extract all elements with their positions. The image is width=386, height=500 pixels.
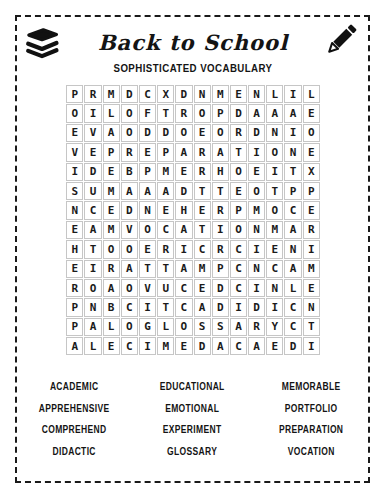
grid-cell-r7-c6[interactable]: E bbox=[157, 201, 174, 219]
grid-cell-r4-c1[interactable]: V bbox=[66, 143, 83, 161]
grid-cell-r7-c8[interactable]: E bbox=[194, 201, 211, 219]
grid-cell-r9-c4[interactable]: O bbox=[121, 240, 138, 258]
grid-cell-r2-c4[interactable]: O bbox=[121, 104, 138, 122]
grid-cell-r14-c9[interactable]: A bbox=[212, 337, 229, 355]
grid-cell-r10-c6[interactable]: T bbox=[157, 260, 174, 278]
grid-cell-r5-c14[interactable]: X bbox=[303, 163, 320, 181]
grid-cell-r9-c2[interactable]: T bbox=[84, 240, 101, 258]
grid-cell-r2-c11[interactable]: A bbox=[248, 104, 265, 122]
grid-cell-r6-c2[interactable]: U bbox=[84, 182, 101, 200]
grid-cell-r14-c13[interactable]: D bbox=[284, 337, 301, 355]
word-list-column-1: ACADEMICAPPREHENSIVECOMPREHENDDIDACTIC bbox=[15, 376, 133, 462]
grid-cell-r7-c14[interactable]: E bbox=[303, 201, 320, 219]
grid-cell-r2-c3[interactable]: L bbox=[103, 104, 120, 122]
grid-cell-r4-c2[interactable]: E bbox=[84, 143, 101, 161]
grid-cell-r2-c7[interactable]: R bbox=[175, 104, 192, 122]
grid-cell-r7-c1[interactable]: N bbox=[66, 201, 83, 219]
grid-cell-r3-c4[interactable]: O bbox=[121, 124, 138, 142]
word-list-column-2: EDUCATIONALEMOTIONALEXPERIMENTGLOSSARY bbox=[133, 376, 251, 462]
grid-cell-r1-c1[interactable]: P bbox=[66, 85, 83, 103]
grid-cell-r2-c12[interactable]: A bbox=[266, 104, 283, 122]
grid-cell-r5-c13[interactable]: T bbox=[284, 163, 301, 181]
grid-cell-r1-c7[interactable]: D bbox=[175, 85, 192, 103]
grid-cell-r11-c3[interactable]: A bbox=[103, 279, 120, 297]
grid-cell-r8-c12[interactable]: M bbox=[266, 221, 283, 239]
grid-cell-r6-c4[interactable]: A bbox=[121, 182, 138, 200]
word-list-column-3: MEMORABLEPORTFOLIOPREPARATIONVOCATION bbox=[252, 376, 370, 462]
grid-cell-r6-c9[interactable]: T bbox=[212, 182, 229, 200]
grid-cell-r14-c12[interactable]: E bbox=[266, 337, 283, 355]
grid-cell-r13-c5[interactable]: G bbox=[139, 318, 156, 336]
grid-cell-r6-c13[interactable]: P bbox=[284, 182, 301, 200]
grid-cell-r6-c8[interactable]: T bbox=[194, 182, 211, 200]
grid-cell-r11-c11[interactable]: I bbox=[248, 279, 265, 297]
grid-cell-r14-c6[interactable]: M bbox=[157, 337, 174, 355]
word-vocation: VOCATION bbox=[261, 441, 362, 463]
grid-cell-r4-c11[interactable]: I bbox=[248, 143, 265, 161]
grid-cell-r4-c9[interactable]: A bbox=[212, 143, 229, 161]
grid-cell-r10-c11[interactable]: N bbox=[248, 260, 265, 278]
grid-cell-r8-c11[interactable]: N bbox=[248, 221, 265, 239]
grid-cell-r9-c14[interactable]: I bbox=[303, 240, 320, 258]
grid-cell-r6-c7[interactable]: D bbox=[175, 182, 192, 200]
grid-cell-r14-c14[interactable]: I bbox=[303, 337, 320, 355]
grid-cell-r12-c3[interactable]: B bbox=[103, 298, 120, 316]
grid-cell-r8-c10[interactable]: O bbox=[230, 221, 247, 239]
grid-cell-r1-c3[interactable]: M bbox=[103, 85, 120, 103]
grid-cell-r4-c4[interactable]: R bbox=[121, 143, 138, 161]
word-glossary: GLOSSARY bbox=[142, 441, 243, 463]
grid-cell-r5-c10[interactable]: O bbox=[230, 163, 247, 181]
grid-cell-r8-c8[interactable]: T bbox=[194, 221, 211, 239]
grid-cell-r5-c6[interactable]: M bbox=[157, 163, 174, 181]
grid-cell-r13-c13[interactable]: C bbox=[284, 318, 301, 336]
word-search-grid: PRMDCXDNMENLILOILOFTROPDAAAEEVAODDOEORDN… bbox=[66, 85, 320, 355]
grid-cell-r12-c5[interactable]: I bbox=[139, 298, 156, 316]
grid-cell-r9-c9[interactable]: R bbox=[212, 240, 229, 258]
grid-cell-r5-c8[interactable]: R bbox=[194, 163, 211, 181]
grid-cell-r9-c6[interactable]: R bbox=[157, 240, 174, 258]
grid-cell-r13-c3[interactable]: L bbox=[103, 318, 120, 336]
grid-cell-r2-c9[interactable]: P bbox=[212, 104, 229, 122]
grid-cell-r5-c4[interactable]: B bbox=[121, 163, 138, 181]
grid-cell-r4-c5[interactable]: E bbox=[139, 143, 156, 161]
grid-cell-r7-c13[interactable]: C bbox=[284, 201, 301, 219]
grid-cell-r3-c3[interactable]: A bbox=[103, 124, 120, 142]
grid-cell-r4-c3[interactable]: P bbox=[103, 143, 120, 161]
grid-cell-r1-c2[interactable]: R bbox=[84, 85, 101, 103]
grid-cell-r12-c8[interactable]: A bbox=[194, 298, 211, 316]
grid-cell-r6-c5[interactable]: A bbox=[139, 182, 156, 200]
word-academic: ACADEMIC bbox=[24, 376, 125, 398]
grid-cell-r9-c12[interactable]: E bbox=[266, 240, 283, 258]
grid-cell-r1-c12[interactable]: L bbox=[266, 85, 283, 103]
grid-cell-r3-c6[interactable]: D bbox=[157, 124, 174, 142]
grid-cell-r2-c14[interactable]: E bbox=[303, 104, 320, 122]
grid-cell-r14-c8[interactable]: D bbox=[194, 337, 211, 355]
grid-cell-r8-c5[interactable]: O bbox=[139, 221, 156, 239]
grid-cell-r14-c1[interactable]: A bbox=[66, 337, 83, 355]
grid-cell-r12-c12[interactable]: I bbox=[266, 298, 283, 316]
page-subtitle: Sophisticated Vocabulary bbox=[23, 62, 363, 74]
grid-cell-r12-c14[interactable]: N bbox=[303, 298, 320, 316]
grid-cell-r8-c14[interactable]: R bbox=[303, 221, 320, 239]
grid-cell-r13-c14[interactable]: T bbox=[303, 318, 320, 336]
grid-cell-r9-c3[interactable]: O bbox=[103, 240, 120, 258]
grid-cell-r14-c7[interactable]: E bbox=[175, 337, 192, 355]
grid-cell-r5-c9[interactable]: H bbox=[212, 163, 229, 181]
grid-cell-r8-c7[interactable]: A bbox=[175, 221, 192, 239]
grid-cell-r10-c12[interactable]: C bbox=[266, 260, 283, 278]
grid-cell-r8-c9[interactable]: I bbox=[212, 221, 229, 239]
grid-cell-r14-c11[interactable]: A bbox=[248, 337, 265, 355]
grid-cell-r10-c3[interactable]: R bbox=[103, 260, 120, 278]
grid-cell-r1-c6[interactable]: X bbox=[157, 85, 174, 103]
grid-cell-r13-c10[interactable]: A bbox=[230, 318, 247, 336]
grid-cell-r7-c11[interactable]: M bbox=[248, 201, 265, 219]
grid-cell-r1-c4[interactable]: D bbox=[121, 85, 138, 103]
grid-cell-r6-c6[interactable]: A bbox=[157, 182, 174, 200]
grid-cell-r6-c11[interactable]: O bbox=[248, 182, 265, 200]
grid-cell-r2-c6[interactable]: T bbox=[157, 104, 174, 122]
grid-cell-r10-c10[interactable]: C bbox=[230, 260, 247, 278]
grid-cell-r8-c4[interactable]: V bbox=[121, 221, 138, 239]
grid-cell-r12-c11[interactable]: D bbox=[248, 298, 265, 316]
grid-cell-r10-c8[interactable]: M bbox=[194, 260, 211, 278]
grid-cell-r11-c7[interactable]: C bbox=[175, 279, 192, 297]
word-experiment: EXPERIMENT bbox=[142, 419, 243, 441]
grid-cell-r14-c2[interactable]: L bbox=[84, 337, 101, 355]
grid-cell-r3-c9[interactable]: O bbox=[212, 124, 229, 142]
grid-cell-r11-c10[interactable]: C bbox=[230, 279, 247, 297]
grid-cell-r14-c3[interactable]: E bbox=[103, 337, 120, 355]
grid-cell-r11-c9[interactable]: D bbox=[212, 279, 229, 297]
grid-cell-r14-c10[interactable]: C bbox=[230, 337, 247, 355]
grid-cell-r7-c5[interactable]: N bbox=[139, 201, 156, 219]
grid-cell-r4-c12[interactable]: O bbox=[266, 143, 283, 161]
grid-cell-r11-c6[interactable]: U bbox=[157, 279, 174, 297]
grid-cell-r8-c3[interactable]: M bbox=[103, 221, 120, 239]
grid-cell-r4-c8[interactable]: R bbox=[194, 143, 211, 161]
grid-cell-r12-c7[interactable]: C bbox=[175, 298, 192, 316]
grid-cell-r13-c9[interactable]: S bbox=[212, 318, 229, 336]
word-comprehend: COMPREHEND bbox=[24, 419, 125, 441]
page-title: Back to School bbox=[0, 30, 386, 55]
grid-cell-r3-c7[interactable]: O bbox=[175, 124, 192, 142]
grid-cell-r1-c14[interactable]: L bbox=[303, 85, 320, 103]
grid-cell-r1-c13[interactable]: I bbox=[284, 85, 301, 103]
grid-cell-r4-c7[interactable]: A bbox=[175, 143, 192, 161]
grid-cell-r9-c13[interactable]: N bbox=[284, 240, 301, 258]
grid-cell-r3-c11[interactable]: D bbox=[248, 124, 265, 142]
grid-cell-r7-c7[interactable]: H bbox=[175, 201, 192, 219]
grid-cell-r6-c10[interactable]: E bbox=[230, 182, 247, 200]
grid-cell-r10-c7[interactable]: A bbox=[175, 260, 192, 278]
grid-cell-r12-c2[interactable]: N bbox=[84, 298, 101, 316]
grid-cell-r12-c10[interactable]: I bbox=[230, 298, 247, 316]
grid-cell-r9-c5[interactable]: E bbox=[139, 240, 156, 258]
grid-cell-r10-c4[interactable]: A bbox=[121, 260, 138, 278]
grid-cell-r1-c8[interactable]: N bbox=[194, 85, 211, 103]
grid-cell-r9-c10[interactable]: C bbox=[230, 240, 247, 258]
grid-cell-r11-c8[interactable]: E bbox=[194, 279, 211, 297]
grid-cell-r10-c14[interactable]: M bbox=[303, 260, 320, 278]
grid-cell-r7-c3[interactable]: E bbox=[103, 201, 120, 219]
grid-cell-r12-c4[interactable]: C bbox=[121, 298, 138, 316]
grid-cell-r10-c13[interactable]: A bbox=[284, 260, 301, 278]
word-preparation: PREPARATION bbox=[261, 419, 362, 441]
grid-cell-r8-c1[interactable]: E bbox=[66, 221, 83, 239]
word-educational: EDUCATIONAL bbox=[142, 376, 243, 398]
grid-cell-r10-c1[interactable]: E bbox=[66, 260, 83, 278]
grid-cell-r3-c13[interactable]: I bbox=[284, 124, 301, 142]
grid-cell-r6-c14[interactable]: P bbox=[303, 182, 320, 200]
word-list: ACADEMICAPPREHENSIVECOMPREHENDDIDACTICED… bbox=[15, 376, 370, 462]
grid-cell-r10-c2[interactable]: I bbox=[84, 260, 101, 278]
word-portfolio: PORTFOLIO bbox=[261, 398, 362, 420]
grid-cell-r3-c1[interactable]: E bbox=[66, 124, 83, 142]
grid-cell-r2-c13[interactable]: A bbox=[284, 104, 301, 122]
grid-cell-r2-c1[interactable]: O bbox=[66, 104, 83, 122]
grid-cell-r8-c2[interactable]: A bbox=[84, 221, 101, 239]
grid-cell-r11-c1[interactable]: R bbox=[66, 279, 83, 297]
word-didactic: DIDACTIC bbox=[24, 441, 125, 463]
grid-cell-r12-c1[interactable]: P bbox=[66, 298, 83, 316]
grid-cell-r13-c2[interactable]: A bbox=[84, 318, 101, 336]
word-apprehensive: APPREHENSIVE bbox=[24, 398, 125, 420]
grid-cell-r13-c11[interactable]: R bbox=[248, 318, 265, 336]
grid-cell-r11-c13[interactable]: L bbox=[284, 279, 301, 297]
grid-cell-r9-c7[interactable]: I bbox=[175, 240, 192, 258]
grid-cell-r4-c10[interactable]: T bbox=[230, 143, 247, 161]
grid-cell-r5-c1[interactable]: I bbox=[66, 163, 83, 181]
grid-cell-r13-c8[interactable]: S bbox=[194, 318, 211, 336]
grid-cell-r7-c4[interactable]: D bbox=[121, 201, 138, 219]
grid-cell-r2-c5[interactable]: F bbox=[139, 104, 156, 122]
grid-cell-r5-c2[interactable]: D bbox=[84, 163, 101, 181]
grid-cell-r3-c10[interactable]: R bbox=[230, 124, 247, 142]
grid-cell-r7-c10[interactable]: P bbox=[230, 201, 247, 219]
grid-cell-r4-c13[interactable]: N bbox=[284, 143, 301, 161]
grid-cell-r13-c4[interactable]: O bbox=[121, 318, 138, 336]
grid-cell-r6-c3[interactable]: M bbox=[103, 182, 120, 200]
grid-cell-r5-c11[interactable]: E bbox=[248, 163, 265, 181]
grid-cell-r11-c4[interactable]: O bbox=[121, 279, 138, 297]
grid-cell-r1-c5[interactable]: C bbox=[139, 85, 156, 103]
grid-cell-r5-c5[interactable]: P bbox=[139, 163, 156, 181]
word-emotional: EMOTIONAL bbox=[142, 398, 243, 420]
grid-cell-r4-c14[interactable]: E bbox=[303, 143, 320, 161]
grid-cell-r2-c8[interactable]: O bbox=[194, 104, 211, 122]
grid-cell-r14-c4[interactable]: C bbox=[121, 337, 138, 355]
grid-cell-r13-c1[interactable]: P bbox=[66, 318, 83, 336]
grid-cell-r12-c9[interactable]: D bbox=[212, 298, 229, 316]
grid-cell-r4-c6[interactable]: P bbox=[157, 143, 174, 161]
grid-cell-r7-c2[interactable]: C bbox=[84, 201, 101, 219]
grid-cell-r3-c5[interactable]: D bbox=[139, 124, 156, 142]
word-memorable: MEMORABLE bbox=[261, 376, 362, 398]
grid-cell-r3-c2[interactable]: V bbox=[84, 124, 101, 142]
grid-cell-r11-c14[interactable]: E bbox=[303, 279, 320, 297]
grid-cell-r1-c10[interactable]: E bbox=[230, 85, 247, 103]
grid-cell-r7-c12[interactable]: O bbox=[266, 201, 283, 219]
grid-cell-r5-c7[interactable]: E bbox=[175, 163, 192, 181]
grid-cell-r10-c5[interactable]: T bbox=[139, 260, 156, 278]
grid-cell-r5-c3[interactable]: E bbox=[103, 163, 120, 181]
grid-cell-r14-c5[interactable]: I bbox=[139, 337, 156, 355]
grid-container: PRMDCXDNMENLILOILOFTROPDAAAEEVAODDOEORDN… bbox=[0, 85, 386, 355]
grid-cell-r11-c12[interactable]: N bbox=[266, 279, 283, 297]
grid-cell-r13-c12[interactable]: Y bbox=[266, 318, 283, 336]
grid-cell-r8-c13[interactable]: A bbox=[284, 221, 301, 239]
grid-cell-r13-c7[interactable]: O bbox=[175, 318, 192, 336]
grid-cell-r3-c12[interactable]: N bbox=[266, 124, 283, 142]
grid-cell-r11-c5[interactable]: V bbox=[139, 279, 156, 297]
grid-cell-r13-c6[interactable]: L bbox=[157, 318, 174, 336]
grid-cell-r7-c9[interactable]: R bbox=[212, 201, 229, 219]
grid-cell-r2-c2[interactable]: I bbox=[84, 104, 101, 122]
grid-cell-r12-c6[interactable]: T bbox=[157, 298, 174, 316]
grid-cell-r5-c12[interactable]: I bbox=[266, 163, 283, 181]
grid-cell-r6-c12[interactable]: T bbox=[266, 182, 283, 200]
grid-cell-r10-c9[interactable]: P bbox=[212, 260, 229, 278]
grid-cell-r1-c11[interactable]: N bbox=[248, 85, 265, 103]
grid-cell-r12-c13[interactable]: C bbox=[284, 298, 301, 316]
grid-cell-r9-c11[interactable]: I bbox=[248, 240, 265, 258]
grid-cell-r3-c8[interactable]: E bbox=[194, 124, 211, 142]
grid-cell-r6-c1[interactable]: S bbox=[66, 182, 83, 200]
grid-cell-r3-c14[interactable]: O bbox=[303, 124, 320, 142]
grid-cell-r1-c9[interactable]: M bbox=[212, 85, 229, 103]
grid-cell-r8-c6[interactable]: C bbox=[157, 221, 174, 239]
grid-cell-r9-c8[interactable]: C bbox=[194, 240, 211, 258]
grid-cell-r9-c1[interactable]: H bbox=[66, 240, 83, 258]
grid-cell-r11-c2[interactable]: O bbox=[84, 279, 101, 297]
grid-cell-r2-c10[interactable]: D bbox=[230, 104, 247, 122]
